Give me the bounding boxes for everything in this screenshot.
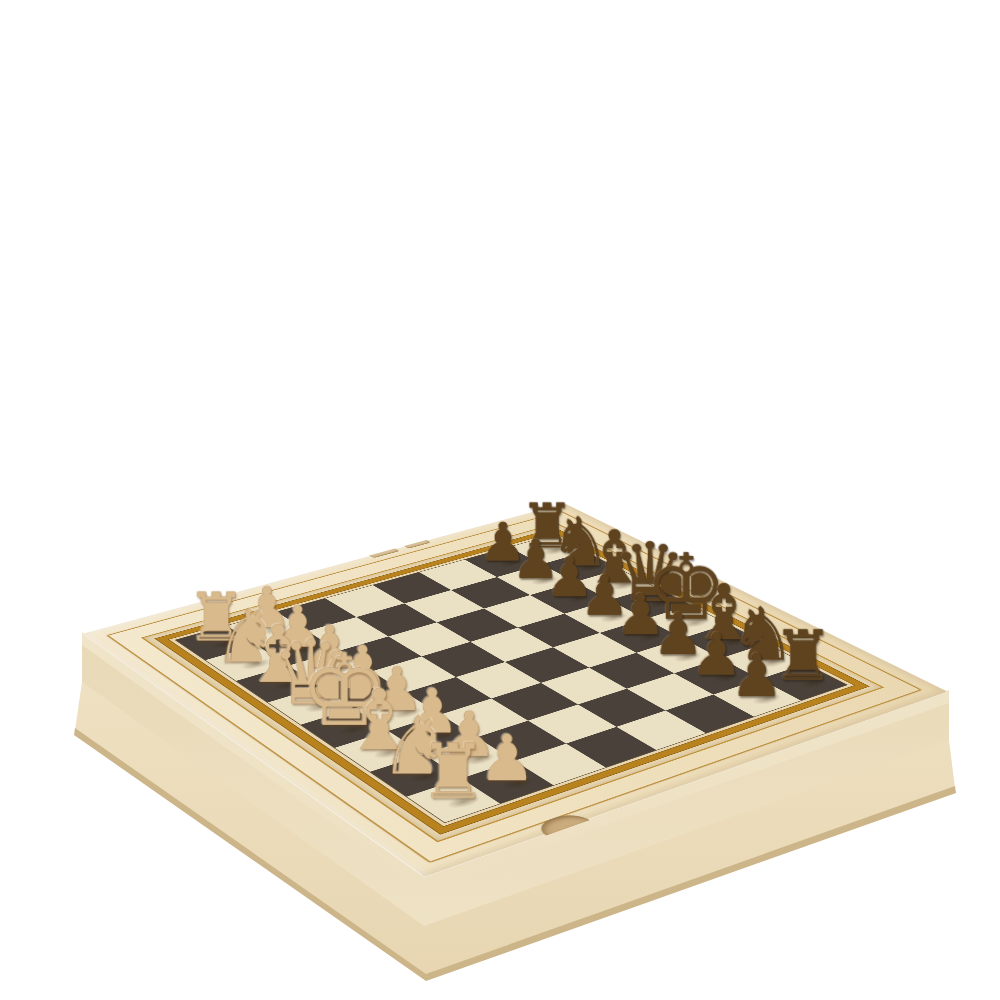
piece-glyph: ♜ <box>364 734 542 810</box>
piece-glyph: ♟ <box>675 646 840 706</box>
product-photo-scene: ♜♞♝♛♚♝♞♜♟♟♟♟♟♟♟♟♟♟♟♟♟♟♟♟♜♞♝♛♚♝♞♜ <box>0 0 1000 1000</box>
